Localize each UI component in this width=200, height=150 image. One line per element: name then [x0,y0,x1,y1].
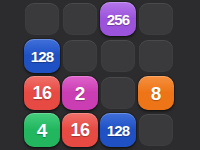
board-cell: 256 [101,3,135,35]
tile-8[interactable]: 8 [138,76,174,110]
tile-128[interactable]: 128 [100,113,136,147]
board-cell [101,40,135,72]
board-cell: 8 [139,77,173,109]
board-cell: 16 [25,77,59,109]
board-cell: 128 [101,114,135,146]
tile-4[interactable]: 4 [24,113,60,147]
tile-16[interactable]: 16 [62,113,98,147]
game-board[interactable]: 2561281628416128 [25,3,173,146]
tile-2[interactable]: 2 [62,76,98,110]
board-cell [139,40,173,72]
tile-256[interactable]: 256 [100,2,136,36]
board-cell [25,3,59,35]
game-screen: 2561281628416128 [0,0,200,150]
board-cell [63,3,97,35]
tile-16[interactable]: 16 [24,76,60,110]
board-cell [63,40,97,72]
board-cell: 128 [25,40,59,72]
board-cell [139,3,173,35]
board-cell [101,77,135,109]
tile-128[interactable]: 128 [24,39,60,73]
board-cell: 16 [63,114,97,146]
board-cell: 4 [25,114,59,146]
board-cell: 2 [63,77,97,109]
board-cell [139,114,173,146]
